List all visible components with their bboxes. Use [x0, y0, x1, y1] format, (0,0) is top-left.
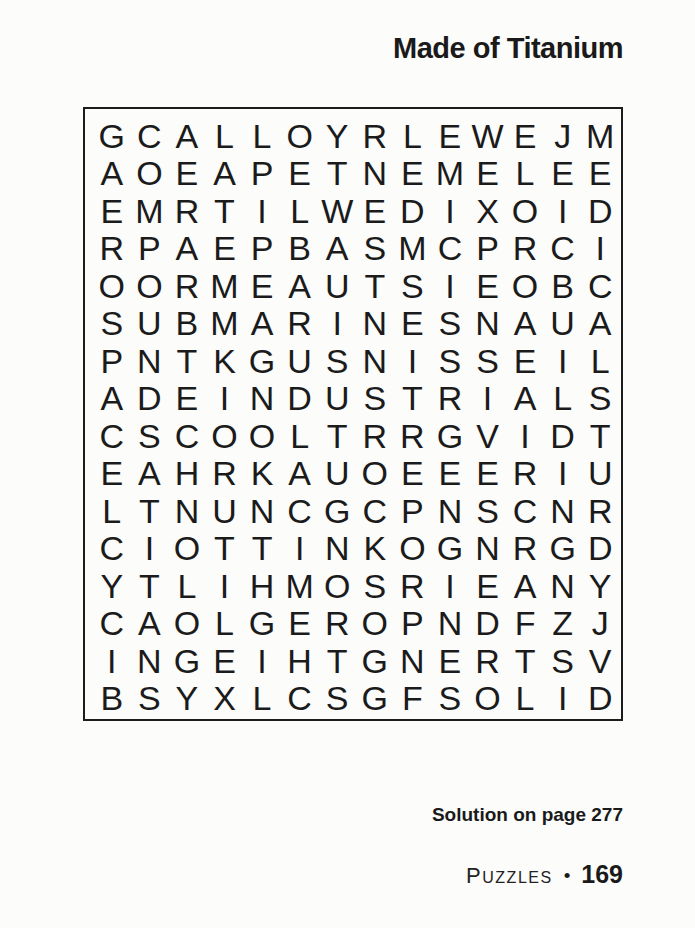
grid-cell: E: [281, 155, 319, 193]
grid-cell: L: [581, 342, 619, 380]
grid-cell: C: [93, 530, 131, 568]
grid-cell: A: [506, 567, 544, 605]
grid-cell: N: [431, 492, 469, 530]
grid-cell: I: [544, 192, 582, 230]
grid-cell: E: [394, 155, 432, 193]
grid-cell: X: [469, 192, 507, 230]
grid-cell: A: [131, 455, 169, 493]
grid-cell: S: [431, 305, 469, 343]
grid-cell: E: [243, 267, 281, 305]
grid-cell: V: [581, 642, 619, 680]
grid-cell: R: [506, 230, 544, 268]
grid-cell: E: [431, 455, 469, 493]
page-footer: PUZZLES • 169: [466, 860, 623, 889]
grid-cell: S: [469, 342, 507, 380]
grid-cell: C: [168, 417, 206, 455]
grid-cell: W: [469, 117, 507, 155]
grid-cell: C: [581, 267, 619, 305]
grid-cell: T: [168, 342, 206, 380]
section-name: PUZZLES: [466, 863, 553, 889]
grid-cell: L: [243, 117, 281, 155]
grid-cell: T: [506, 642, 544, 680]
grid-cell: X: [206, 680, 244, 718]
grid-cell: I: [469, 380, 507, 418]
grid-cell: O: [168, 605, 206, 643]
grid-cell: I: [431, 267, 469, 305]
grid-cell: P: [93, 342, 131, 380]
grid-cell: I: [206, 567, 244, 605]
grid-cell: E: [506, 342, 544, 380]
grid-cell: M: [206, 267, 244, 305]
grid-cell: I: [206, 380, 244, 418]
grid-cell: E: [544, 155, 582, 193]
grid-cell: A: [281, 455, 319, 493]
grid-cell: M: [581, 117, 619, 155]
grid-cell: C: [93, 417, 131, 455]
grid-cell: P: [394, 605, 432, 643]
grid-cell: I: [131, 530, 169, 568]
grid-cell: A: [131, 605, 169, 643]
grid-cell: P: [469, 230, 507, 268]
grid-cell: D: [394, 192, 432, 230]
grid-cell: K: [206, 342, 244, 380]
grid-cell: L: [394, 117, 432, 155]
grid-cell: C: [544, 230, 582, 268]
solution-note: Solution on page 277: [432, 804, 623, 826]
grid-cell: D: [544, 417, 582, 455]
grid-cell: I: [431, 192, 469, 230]
grid-cell: L: [93, 492, 131, 530]
grid-cell: B: [93, 680, 131, 718]
grid-cell: A: [93, 380, 131, 418]
grid-cell: L: [206, 117, 244, 155]
grid-cell: S: [131, 417, 169, 455]
grid-cell: E: [469, 155, 507, 193]
puzzle-title: Made of Titanium: [393, 32, 623, 65]
grid-cell: U: [206, 492, 244, 530]
grid-cell: N: [544, 492, 582, 530]
grid-cell: R: [431, 380, 469, 418]
grid-cell: A: [93, 155, 131, 193]
grid-cell: B: [281, 230, 319, 268]
grid-cell: L: [281, 417, 319, 455]
grid-cell: F: [394, 680, 432, 718]
grid-cell: G: [93, 117, 131, 155]
grid-cell: A: [168, 230, 206, 268]
grid-cell: T: [131, 492, 169, 530]
grid-cell: O: [506, 267, 544, 305]
grid-cell: S: [431, 680, 469, 718]
grid-cell: R: [469, 642, 507, 680]
grid-cell: S: [131, 680, 169, 718]
grid-cell: D: [581, 530, 619, 568]
grid-cell: C: [431, 230, 469, 268]
grid-cell: S: [356, 380, 394, 418]
grid-cell: Y: [318, 117, 356, 155]
grid-cell: N: [544, 567, 582, 605]
grid-cell: S: [431, 342, 469, 380]
grid-cell: S: [581, 380, 619, 418]
grid-cell: O: [131, 267, 169, 305]
section-name-initial: P: [466, 863, 482, 888]
grid-cell: Y: [93, 567, 131, 605]
grid-cell: R: [168, 267, 206, 305]
grid-cell: R: [506, 455, 544, 493]
grid-cell: L: [281, 192, 319, 230]
grid-cell: U: [318, 380, 356, 418]
grid-cell: R: [168, 192, 206, 230]
grid-cell: E: [506, 117, 544, 155]
page-number: 169: [581, 860, 623, 889]
grid-cell: T: [318, 417, 356, 455]
grid-cell: D: [281, 380, 319, 418]
grid-cell: R: [93, 230, 131, 268]
grid-cell: N: [469, 530, 507, 568]
grid-cell: B: [168, 305, 206, 343]
grid-cell: Y: [581, 567, 619, 605]
grid-cell: A: [506, 380, 544, 418]
grid-cell: N: [243, 380, 281, 418]
grid-cell: M: [431, 155, 469, 193]
grid-cell: E: [93, 192, 131, 230]
grid-cell: O: [281, 117, 319, 155]
grid-cell: R: [394, 417, 432, 455]
grid-cell: G: [243, 605, 281, 643]
grid-cell: V: [469, 417, 507, 455]
grid-cell: M: [281, 567, 319, 605]
grid-cell: I: [243, 642, 281, 680]
grid-cell: R: [206, 455, 244, 493]
grid-cell: L: [168, 567, 206, 605]
grid-cell: R: [506, 530, 544, 568]
grid-cell: M: [131, 192, 169, 230]
grid-cell: I: [544, 455, 582, 493]
grid-cell: I: [544, 680, 582, 718]
grid-cell: I: [318, 305, 356, 343]
grid-cell: N: [431, 605, 469, 643]
grid-cell: O: [469, 680, 507, 718]
grid-cell: S: [544, 642, 582, 680]
grid-cell: R: [394, 567, 432, 605]
grid-cell: U: [131, 305, 169, 343]
grid-cell: A: [168, 117, 206, 155]
grid-cell: F: [506, 605, 544, 643]
grid-cell: S: [318, 342, 356, 380]
grid-cell: M: [394, 230, 432, 268]
grid-cell: G: [243, 342, 281, 380]
grid-cell: D: [131, 380, 169, 418]
grid-cell: N: [356, 155, 394, 193]
grid-cell: J: [581, 605, 619, 643]
grid-cell: P: [394, 492, 432, 530]
grid-cell: O: [168, 530, 206, 568]
grid-cell: W: [318, 192, 356, 230]
grid-cell: P: [243, 230, 281, 268]
bullet-separator-icon: •: [564, 865, 571, 887]
grid-cell: C: [131, 117, 169, 155]
grid-cell: C: [281, 492, 319, 530]
grid-cell: T: [243, 530, 281, 568]
grid-cell: U: [318, 267, 356, 305]
grid-cell: N: [243, 492, 281, 530]
grid-cell: G: [356, 642, 394, 680]
grid-cell: O: [506, 192, 544, 230]
grid-cell: I: [394, 342, 432, 380]
grid-cell: M: [206, 305, 244, 343]
grid-cell: E: [431, 642, 469, 680]
grid-cell: R: [281, 305, 319, 343]
grid-cell: E: [581, 155, 619, 193]
grid-cell: E: [469, 567, 507, 605]
grid-cell: S: [356, 567, 394, 605]
grid-cell: N: [168, 492, 206, 530]
grid-cell: E: [356, 192, 394, 230]
grid-cell: K: [356, 530, 394, 568]
grid-cell: P: [131, 230, 169, 268]
grid-cell: Y: [168, 680, 206, 718]
grid-cell: B: [544, 267, 582, 305]
grid-cell: N: [131, 342, 169, 380]
scanned-puzzle-page: Made of Titanium GCALLOYRLEWEJMAOEAPETNE…: [0, 0, 695, 928]
grid-cell: A: [281, 267, 319, 305]
grid-cell: I: [93, 642, 131, 680]
grid-cell: N: [469, 305, 507, 343]
grid-cell: G: [544, 530, 582, 568]
grid-cell: A: [243, 305, 281, 343]
grid-cell: E: [206, 230, 244, 268]
grid-cell: I: [243, 192, 281, 230]
grid-cell: T: [206, 192, 244, 230]
grid-cell: E: [394, 305, 432, 343]
grid-cell: L: [506, 155, 544, 193]
grid-cell: D: [581, 680, 619, 718]
grid-cell: L: [206, 605, 244, 643]
grid-cell: I: [506, 417, 544, 455]
grid-cell: T: [318, 642, 356, 680]
grid-cell: E: [469, 455, 507, 493]
grid-cell: C: [93, 605, 131, 643]
letter-grid: GCALLOYRLEWEJMAOEAPETNEMELEEEMRTILWEDIXO…: [85, 109, 621, 719]
grid-cell: G: [431, 530, 469, 568]
grid-cell: H: [281, 642, 319, 680]
grid-cell: D: [469, 605, 507, 643]
grid-cell: H: [168, 455, 206, 493]
grid-cell: I: [281, 530, 319, 568]
grid-cell: N: [131, 642, 169, 680]
grid-cell: C: [356, 492, 394, 530]
grid-cell: U: [281, 342, 319, 380]
grid-cell: O: [243, 417, 281, 455]
grid-cell: U: [581, 455, 619, 493]
grid-cell: G: [318, 492, 356, 530]
grid-cell: I: [544, 342, 582, 380]
grid-cell: E: [281, 605, 319, 643]
grid-cell: U: [318, 455, 356, 493]
grid-cell: O: [356, 455, 394, 493]
grid-cell: T: [581, 417, 619, 455]
grid-cell: E: [469, 267, 507, 305]
grid-cell: O: [356, 605, 394, 643]
grid-cell: C: [281, 680, 319, 718]
grid-cell: C: [506, 492, 544, 530]
grid-cell: N: [394, 642, 432, 680]
grid-cell: A: [581, 305, 619, 343]
grid-cell: E: [431, 117, 469, 155]
grid-cell: N: [356, 305, 394, 343]
grid-cell: E: [93, 455, 131, 493]
grid-cell: E: [168, 380, 206, 418]
grid-cell: J: [544, 117, 582, 155]
grid-cell: T: [131, 567, 169, 605]
grid-cell: K: [243, 455, 281, 493]
grid-cell: E: [168, 155, 206, 193]
grid-cell: H: [243, 567, 281, 605]
grid-cell: D: [581, 192, 619, 230]
grid-cell: A: [318, 230, 356, 268]
grid-cell: T: [206, 530, 244, 568]
grid-cell: I: [581, 230, 619, 268]
section-name-rest: UZZLES: [482, 869, 552, 886]
grid-cell: O: [394, 530, 432, 568]
grid-cell: Z: [544, 605, 582, 643]
grid-cell: R: [318, 605, 356, 643]
grid-cell: T: [318, 155, 356, 193]
grid-cell: O: [206, 417, 244, 455]
grid-cell: E: [206, 642, 244, 680]
grid-cell: S: [356, 230, 394, 268]
grid-cell: A: [206, 155, 244, 193]
grid-cell: G: [431, 417, 469, 455]
grid-cell: O: [131, 155, 169, 193]
grid-cell: R: [356, 417, 394, 455]
grid-cell: I: [431, 567, 469, 605]
grid-cell: N: [318, 530, 356, 568]
grid-cell: N: [356, 342, 394, 380]
grid-cell: R: [581, 492, 619, 530]
grid-cell: G: [168, 642, 206, 680]
grid-cell: L: [243, 680, 281, 718]
grid-cell: L: [544, 380, 582, 418]
grid-cell: S: [469, 492, 507, 530]
grid-cell: A: [506, 305, 544, 343]
grid-cell: E: [394, 455, 432, 493]
grid-cell: L: [506, 680, 544, 718]
grid-cell: T: [394, 380, 432, 418]
grid-cell: U: [544, 305, 582, 343]
grid-cell: G: [356, 680, 394, 718]
word-search-grid: GCALLOYRLEWEJMAOEAPETNEMELEEEMRTILWEDIXO…: [83, 107, 623, 721]
grid-cell: P: [243, 155, 281, 193]
grid-cell: T: [356, 267, 394, 305]
grid-cell: O: [93, 267, 131, 305]
grid-cell: S: [93, 305, 131, 343]
grid-cell: R: [356, 117, 394, 155]
grid-cell: S: [394, 267, 432, 305]
grid-cell: O: [318, 567, 356, 605]
grid-cell: S: [318, 680, 356, 718]
